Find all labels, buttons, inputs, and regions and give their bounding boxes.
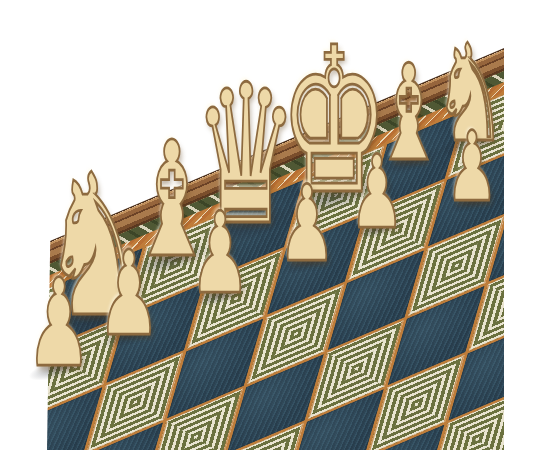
white-pawn-glyph: ♟ xyxy=(26,263,92,384)
white-pawn-glyph: ♟ xyxy=(446,119,498,215)
white-pawn-glyph: ♟ xyxy=(350,142,405,243)
white-pawn-glyph: ♟ xyxy=(278,171,336,277)
white-pawn-glyph: ♟ xyxy=(97,235,160,351)
photo-crop-right-edge xyxy=(504,0,550,450)
chess-set-photo: ♞♝♚♟♛♟♝♟♟♞♟♟ xyxy=(0,0,550,450)
white-pawn-glyph: ♟ xyxy=(190,198,251,310)
